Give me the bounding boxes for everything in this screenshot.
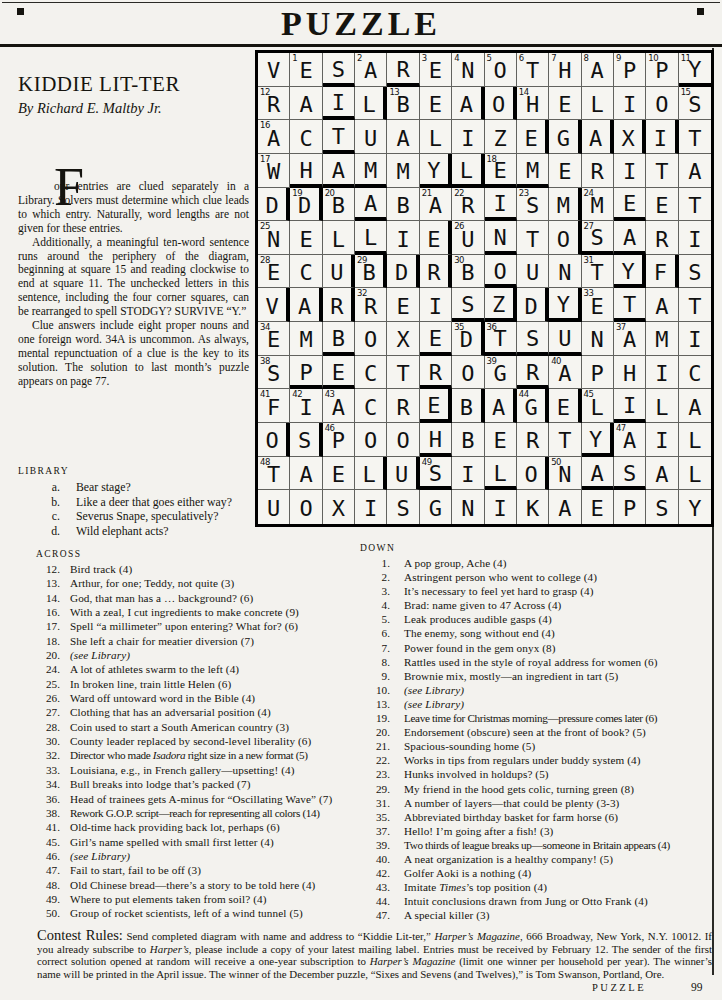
cell-number: 11 bbox=[681, 53, 691, 63]
grid-cell-r4c3: A bbox=[323, 154, 355, 188]
grid-cell-r1c1: V bbox=[258, 53, 290, 87]
clue-row: 36.Head of trainees gets A-minus for “Os… bbox=[36, 792, 360, 806]
cell-letter: V bbox=[266, 294, 279, 319]
grid-cell-r1c9: 6T bbox=[517, 53, 549, 87]
cell-letter: G bbox=[429, 496, 442, 521]
cell-letter: Y bbox=[621, 259, 634, 284]
drop-cap: F bbox=[18, 165, 84, 209]
clue-text: Bull breaks into lodge that’s packed (7) bbox=[70, 777, 250, 791]
grid-cell-r11c7: B bbox=[452, 389, 484, 423]
clue-text: God, that man has a … background? (6) bbox=[70, 591, 253, 605]
clue-row: 18.She left a chair for meatier diversio… bbox=[36, 634, 360, 648]
library-section: LIBRARY a.Bear stage?b.Like a deer that … bbox=[18, 466, 249, 538]
cell-number: 10 bbox=[648, 53, 658, 63]
clue-row: 17.Spell “a millimeter” upon entering? W… bbox=[36, 619, 360, 633]
grid-cell-r8c13: A bbox=[646, 288, 678, 322]
clue-number: 8. bbox=[360, 655, 404, 669]
cell-letter: O bbox=[655, 92, 668, 117]
cell-letter: D bbox=[266, 193, 279, 218]
grid-cell-r9c10: U bbox=[549, 322, 581, 356]
cell-letter: U bbox=[526, 260, 539, 285]
cell-letter: A bbox=[623, 225, 636, 250]
cell-letter: M bbox=[655, 327, 668, 352]
cell-number: 8 bbox=[584, 53, 589, 63]
grid-cell-r13c14: L bbox=[679, 457, 711, 491]
cell-letter: S bbox=[461, 292, 474, 317]
grid-cell-r6c4: L bbox=[355, 221, 387, 255]
grid-cell-r5c3: 20B bbox=[323, 188, 355, 222]
grid-cell-r9c14: I bbox=[679, 322, 711, 356]
cell-letter: L bbox=[363, 462, 376, 487]
cell-letter: N bbox=[591, 327, 604, 352]
cell-letter: S bbox=[396, 496, 409, 521]
library-items: a.Bear stage?b.Like a deer that goes eit… bbox=[18, 480, 249, 538]
cell-letter: E bbox=[591, 496, 604, 521]
cell-letter: T bbox=[526, 227, 539, 252]
cell-letter: C bbox=[688, 361, 701, 386]
contest-rules: Contest Rules: Send completed diagram wi… bbox=[37, 929, 712, 981]
grid-cell-r6c3: L bbox=[323, 221, 355, 255]
cell-letter: I bbox=[688, 227, 701, 252]
grid-cell-r7c4: 29B bbox=[355, 255, 387, 289]
cell-letter: L bbox=[460, 158, 473, 183]
clue-row: 46.(see Library) bbox=[36, 849, 360, 863]
clue-text: Endorsement (obscure) seen at the front … bbox=[404, 725, 646, 739]
clue-row: 3.It’s necessary to feel yet hard to gra… bbox=[360, 584, 714, 598]
clue-row: 5.Leak produces audible gasps (4) bbox=[360, 612, 714, 626]
grid-cell-r2c3: I bbox=[323, 87, 355, 121]
puzzle-title: KIDDIE LIT-TER bbox=[18, 72, 180, 97]
cell-number: 19 bbox=[292, 188, 302, 198]
grid-cell-r5c1: D bbox=[258, 188, 290, 222]
library-item-text: Severus Snape, speculatively? bbox=[76, 509, 219, 524]
grid-cell-r3c14: T bbox=[679, 120, 711, 154]
cell-letter: S bbox=[332, 57, 345, 82]
clue-text: The enemy, song without end (4) bbox=[404, 626, 555, 640]
cell-letter: I bbox=[655, 428, 668, 453]
clue-row: 12.Bird track (4) bbox=[36, 562, 360, 576]
cell-letter: S bbox=[655, 496, 668, 521]
grid-cell-r10c8: 39G bbox=[485, 356, 517, 390]
page-title: PUZZLE bbox=[0, 5, 722, 43]
clue-number: 23. bbox=[360, 767, 404, 781]
cell-number: 30 bbox=[454, 255, 464, 265]
grid-cell-r11c2: 42I bbox=[290, 389, 322, 423]
contest-rules-text: Send completed diagram with name and add… bbox=[37, 930, 712, 980]
cell-letter: E bbox=[429, 92, 442, 117]
grid-cell-r6c9: T bbox=[517, 221, 549, 255]
grid-cell-r7c9: U bbox=[517, 255, 549, 289]
clue-row: 44.Intuit conclusions drawn from Jung or… bbox=[360, 894, 714, 908]
cell-letter: R bbox=[526, 360, 539, 385]
grid-cell-r2c14: 15S bbox=[679, 87, 711, 121]
clue-number: 43. bbox=[360, 880, 404, 894]
cell-letter: A bbox=[591, 58, 604, 83]
cell-number: 35 bbox=[454, 322, 464, 332]
grid-cell-r13c1: 48T bbox=[258, 457, 290, 491]
clue-row: 16.With a zeal, I cut ingredients to mak… bbox=[36, 605, 360, 619]
cell-number: 23 bbox=[519, 188, 529, 198]
cell-letter: R bbox=[429, 360, 442, 385]
cell-number: 31 bbox=[584, 255, 594, 265]
clue-text: A neat organization is a healthy company… bbox=[404, 852, 613, 866]
clue-row: 9.Brownie mix, mostly—an ingredient in t… bbox=[360, 669, 714, 683]
grid-cell-r12c13: I bbox=[646, 423, 678, 457]
cell-letter: L bbox=[655, 395, 668, 420]
clue-number: 38. bbox=[36, 806, 70, 820]
grid-cell-r10c11: P bbox=[582, 356, 614, 390]
cell-letter: L bbox=[591, 92, 604, 117]
grid-cell-r5c14: T bbox=[679, 188, 711, 222]
cell-number: 24 bbox=[584, 188, 594, 198]
cell-letter: M bbox=[526, 158, 539, 183]
clue-number: 27. bbox=[36, 705, 70, 719]
grid-cell-r3c2: C bbox=[290, 120, 322, 154]
cell-number: 39 bbox=[487, 356, 497, 366]
clue-text: Coin used to start a South American coun… bbox=[70, 720, 289, 734]
clue-number: 46. bbox=[36, 849, 70, 863]
cell-number: 6 bbox=[519, 53, 524, 63]
cell-number: 2 bbox=[357, 53, 362, 63]
grid-cell-r1c10: 7H bbox=[549, 53, 581, 87]
grid-cell-r10c14: C bbox=[679, 356, 711, 390]
cell-number: 26 bbox=[454, 221, 464, 231]
clue-text: Clothing that has an adversarial positio… bbox=[70, 705, 271, 719]
clue-row: 35.Abbreviated birthday basket for farm … bbox=[360, 810, 714, 824]
clue-row: 41.Old-time hack providing back lot, per… bbox=[36, 820, 360, 834]
grid-cell-r9c8: 36T bbox=[485, 322, 517, 356]
cell-letter: A bbox=[591, 461, 604, 486]
clue-row: 14.God, that man has a … background? (6) bbox=[36, 591, 360, 605]
down-section: DOWN 1.A pop group, Ache (4)2.Astringent… bbox=[360, 543, 714, 922]
cell-letter: I bbox=[461, 462, 474, 487]
grid-cell-r7c10: N bbox=[549, 255, 581, 289]
clue-text: Bird track (4) bbox=[70, 562, 132, 576]
cell-letter: K bbox=[526, 496, 539, 521]
grid-cell-r2c8: O bbox=[485, 87, 517, 121]
clue-text: (see Library) bbox=[404, 697, 464, 711]
cell-letter: A bbox=[299, 462, 312, 487]
grid-cell-r3c7: I bbox=[452, 120, 484, 154]
clue-row: 39.Two thirds of league breaks up—someon… bbox=[360, 838, 714, 852]
clue-number: 2. bbox=[360, 570, 404, 584]
cell-letter: E bbox=[299, 58, 312, 83]
grid-cell-r4c13: T bbox=[646, 154, 678, 188]
clue-text: Old Chinese bread—there’s a story to be … bbox=[70, 878, 315, 892]
cell-number: 21 bbox=[422, 188, 432, 198]
grid-cell-r11c14: A bbox=[679, 389, 711, 423]
grid-cell-r3c8: Z bbox=[485, 120, 517, 154]
grid-cell-r12c3: 46P bbox=[323, 423, 355, 457]
clue-text: Works in tips from regulars under buddy … bbox=[404, 753, 641, 767]
cell-letter: E bbox=[299, 227, 312, 252]
grid-cell-r6c1: 25N bbox=[258, 221, 290, 255]
clue-row: 21.Spacious-sounding home (5) bbox=[360, 739, 714, 753]
cell-letter: T bbox=[688, 126, 701, 151]
clue-text: Imitate Times’s top position (4) bbox=[404, 880, 547, 894]
grid-cell-r6c13: R bbox=[646, 221, 678, 255]
cell-letter: Y bbox=[688, 496, 701, 521]
clue-text: It’s necessary to feel yet hard to grasp… bbox=[404, 584, 594, 598]
cell-letter: E bbox=[427, 393, 440, 418]
clue-text: Leak produces audible gasps (4) bbox=[404, 612, 552, 626]
grid-cell-r9c1: 34E bbox=[258, 322, 290, 356]
clue-text: Rework G.O.P. script—reach for represent… bbox=[70, 806, 320, 820]
clue-row: 7.Power found in the gem onyx (8) bbox=[360, 641, 714, 655]
clue-number: 42. bbox=[360, 866, 404, 880]
grid-cell-r10c13: I bbox=[646, 356, 678, 390]
clue-number: 50. bbox=[36, 906, 70, 920]
grid-cell-r12c4: O bbox=[355, 423, 387, 457]
cell-letter: M bbox=[396, 159, 409, 184]
grid-cell-r8c8: Z bbox=[485, 288, 517, 322]
grid-cell-r4c6: Y bbox=[420, 154, 452, 188]
grid-cell-r6c10: O bbox=[549, 221, 581, 255]
grid-cell-r4c14: A bbox=[679, 154, 711, 188]
cell-letter: A bbox=[589, 126, 602, 151]
cell-letter: M bbox=[364, 158, 377, 183]
grid-cell-r10c7: O bbox=[452, 356, 484, 390]
cell-letter: H bbox=[299, 158, 312, 183]
grid-cell-r8c4: 32R bbox=[355, 288, 387, 322]
clue-number: 32. bbox=[36, 748, 70, 762]
cell-number: 13 bbox=[389, 87, 399, 97]
cell-letter: O bbox=[299, 496, 312, 521]
grid-cell-r3c12: X bbox=[614, 120, 646, 154]
grid-cell-r4c12: I bbox=[614, 154, 646, 188]
grid-cell-r13c5: U bbox=[387, 457, 419, 491]
cell-number: 4 bbox=[454, 53, 459, 63]
grid-cell-r12c7: B bbox=[452, 423, 484, 457]
cell-number: 17 bbox=[260, 154, 270, 164]
clue-text: Old-time hack providing back lot, perhap… bbox=[70, 820, 280, 834]
cell-number: 47 bbox=[616, 423, 626, 433]
clue-number: 47. bbox=[36, 863, 70, 877]
grid-cell-r1c7: 4N bbox=[452, 53, 484, 87]
cell-number: 7 bbox=[551, 53, 556, 63]
cell-number: 41 bbox=[260, 389, 270, 399]
grid-cell-r2c12: I bbox=[614, 87, 646, 121]
cell-letter: H bbox=[623, 361, 636, 386]
clue-text: In broken line, train little Helen (6) bbox=[70, 677, 231, 691]
clue-text: Where to put elements taken from soil? (… bbox=[70, 892, 267, 906]
grid-cell-r8c3: R bbox=[323, 288, 355, 322]
clue-number: 24. bbox=[36, 662, 70, 676]
grid-cell-r7c14: S bbox=[679, 255, 711, 289]
instructions: Four entries are clued separately in a L… bbox=[18, 180, 249, 389]
grid-cell-r5c6: 21A bbox=[420, 188, 452, 222]
clue-row: 10.(see Library) bbox=[360, 683, 714, 697]
grid-cell-r13c10: 50N bbox=[549, 457, 581, 491]
clue-row: 20.Endorsement (obscure) seen at the fro… bbox=[360, 725, 714, 739]
grid-cell-r1c8: 5O bbox=[485, 53, 517, 87]
clue-text: She left a chair for meatier diversion (… bbox=[70, 634, 254, 648]
clue-text: Director who made Isadora right size in … bbox=[70, 748, 308, 762]
grid-cell-r1c13: 10P bbox=[646, 53, 678, 87]
cell-number: 16 bbox=[260, 120, 270, 130]
grid-cell-r12c6: H bbox=[420, 423, 452, 457]
cell-letter: Z bbox=[492, 292, 505, 317]
clue-text: A lot of athletes swarm to the left (4) bbox=[70, 662, 239, 676]
grid-cell-r4c7: L bbox=[452, 154, 484, 188]
clue-number: 20. bbox=[360, 725, 404, 739]
clue-text: (see Library) bbox=[404, 683, 464, 697]
clue-text: (see Library) bbox=[70, 648, 130, 662]
clue-row: 32.Director who made Isadora right size … bbox=[36, 748, 360, 762]
clue-row: 27.Clothing that has an adversarial posi… bbox=[36, 705, 360, 719]
grid-cell-r14c1: U bbox=[258, 490, 290, 524]
cell-letter: C bbox=[299, 126, 312, 151]
grid-cell-r1c12: 9P bbox=[614, 53, 646, 87]
grid-cell-r10c10: 40A bbox=[549, 356, 581, 390]
grid-cell-r9c11: N bbox=[582, 322, 614, 356]
clue-row: 26.Ward off untoward word in the Bible (… bbox=[36, 691, 360, 705]
grid-cell-r9c4: O bbox=[355, 322, 387, 356]
clue-text: Astringent person who went to college (4… bbox=[404, 570, 597, 584]
grid-cell-r8c5: E bbox=[387, 288, 419, 322]
clue-number: 5. bbox=[360, 612, 404, 626]
grid-cell-r14c9: K bbox=[517, 490, 549, 524]
grid-cell-r2c2: A bbox=[290, 87, 322, 121]
clue-number: 13. bbox=[36, 576, 70, 590]
grid-cell-r1c6: 3E bbox=[420, 53, 452, 87]
clue-text: Hunks involved in holdups? (5) bbox=[404, 767, 549, 781]
grid-cell-r13c6: 49S bbox=[420, 457, 452, 491]
clue-row: 50.Group of rocket scientists, left of a… bbox=[36, 906, 360, 920]
cell-letter: E bbox=[396, 294, 409, 319]
grid-cell-r2c5: 13B bbox=[387, 87, 419, 121]
grid-cell-r7c13: F bbox=[646, 255, 678, 289]
clue-number: 22. bbox=[360, 753, 404, 767]
cell-letter: O bbox=[494, 58, 507, 83]
clue-row: 20.(see Library) bbox=[36, 648, 360, 662]
clue-row: 24.A lot of athletes swarm to the left (… bbox=[36, 662, 360, 676]
cell-letter: D bbox=[395, 260, 408, 285]
cell-letter: L bbox=[332, 227, 345, 252]
cell-letter: A bbox=[332, 158, 345, 183]
clue-number: 36. bbox=[36, 792, 70, 806]
cell-letter: Z bbox=[494, 126, 507, 151]
clue-number: 21. bbox=[360, 739, 404, 753]
cell-letter: C bbox=[299, 260, 312, 285]
cell-number: 20 bbox=[325, 188, 335, 198]
cell-letter: O bbox=[396, 428, 409, 453]
cell-letter: U bbox=[558, 326, 571, 351]
clue-number: 25. bbox=[36, 677, 70, 691]
cell-number: 3 bbox=[422, 53, 427, 63]
clue-row: 25.In broken line, train little Helen (6… bbox=[36, 677, 360, 691]
grid-cell-r5c7: 22R bbox=[452, 188, 484, 222]
cell-letter: R bbox=[655, 227, 668, 252]
grid-cell-r3c6: L bbox=[420, 120, 452, 154]
grid-cell-r4c10: E bbox=[549, 154, 581, 188]
top-rule bbox=[2, 2, 720, 3]
cell-letter: T bbox=[526, 58, 539, 83]
crossword-grid: V1ES2AR3E4N5O6T7H8A9P10P11Y12RAIL13BEAO1… bbox=[255, 50, 714, 527]
clue-number: 1. bbox=[360, 556, 404, 570]
grid-cell-r12c1: O bbox=[258, 423, 290, 457]
clue-row: 23.Hunks involved in holdups? (5) bbox=[360, 767, 714, 781]
cell-number: 12 bbox=[260, 87, 270, 97]
clue-number: 19. bbox=[360, 711, 404, 725]
cell-letter: R bbox=[396, 395, 409, 420]
clue-text: Brad: name given to 47 Across (4) bbox=[404, 598, 561, 612]
clue-text: Hello! I’m going after a fish! (3) bbox=[404, 824, 553, 838]
clue-text: Ward off untoward word in the Bible (4) bbox=[70, 691, 255, 705]
grid-cell-r14c4: I bbox=[355, 490, 387, 524]
cell-letter: A bbox=[655, 294, 668, 319]
grid-cell-r3c4: U bbox=[355, 120, 387, 154]
cell-number: 38 bbox=[260, 356, 270, 366]
grid-cell-r3c3: T bbox=[323, 120, 355, 154]
grid-cell-r1c11: 8A bbox=[582, 53, 614, 87]
grid-cell-r9c2: M bbox=[290, 322, 322, 356]
clue-number: 12. bbox=[36, 562, 70, 576]
grid-cell-r2c10: E bbox=[549, 87, 581, 121]
grid-cell-r2c11: L bbox=[582, 87, 614, 121]
grid-cell-r14c2: O bbox=[290, 490, 322, 524]
grid-cell-r10c2: P bbox=[290, 356, 322, 390]
clue-text: A special killer (3) bbox=[404, 908, 490, 922]
down-heading: DOWN bbox=[360, 543, 714, 553]
grid-cell-r11c13: L bbox=[646, 389, 678, 423]
clue-number: 47. bbox=[360, 908, 404, 922]
clue-row: 28.Coin used to start a South American c… bbox=[36, 720, 360, 734]
cell-letter: L bbox=[364, 225, 377, 250]
grid-cell-r10c9: R bbox=[517, 356, 549, 390]
cell-letter: S bbox=[298, 428, 311, 453]
clue-number: 16. bbox=[36, 605, 70, 619]
clue-number: 40. bbox=[360, 852, 404, 866]
intro-paragraph-1: Four entries are clued separately in a L… bbox=[18, 180, 249, 236]
grid-cell-r12c10: T bbox=[549, 423, 581, 457]
grid-cell-r5c10: M bbox=[549, 188, 581, 222]
clue-text: Arthur, for one; Teddy, not quite (3) bbox=[70, 576, 234, 590]
grid-cell-r10c12: H bbox=[614, 356, 646, 390]
cell-letter: A bbox=[460, 92, 473, 117]
cell-letter: Y bbox=[427, 158, 440, 183]
grid-cell-r2c4: L bbox=[355, 87, 387, 121]
grid-cell-r10c1: 38S bbox=[258, 356, 290, 390]
grid-cell-r11c6: E bbox=[420, 389, 452, 423]
cell-letter: O bbox=[492, 92, 505, 117]
grid-cell-r13c11: A bbox=[582, 457, 614, 491]
cell-letter: O bbox=[494, 259, 507, 284]
clue-number: 14. bbox=[36, 591, 70, 605]
cell-letter: U bbox=[395, 462, 408, 487]
grid-cell-r7c5: D bbox=[387, 255, 419, 289]
clue-number: 48. bbox=[36, 878, 70, 892]
grid-cell-r10c5: T bbox=[387, 356, 419, 390]
clue-number: 44. bbox=[360, 894, 404, 908]
cell-letter: M bbox=[557, 193, 570, 218]
cell-number: 42 bbox=[292, 389, 302, 399]
cell-number: 9 bbox=[616, 53, 621, 63]
cell-letter: C bbox=[364, 395, 377, 420]
grid-cell-r11c10: E bbox=[549, 389, 581, 423]
cell-letter: P bbox=[591, 361, 604, 386]
intro-paragraph-2: Additionally, a meaningful ten-word sent… bbox=[18, 236, 249, 319]
clue-number: 13. bbox=[360, 697, 404, 711]
cell-letter: Y bbox=[589, 427, 602, 452]
cell-letter: I bbox=[688, 327, 701, 352]
cell-letter: I bbox=[332, 90, 345, 115]
grid-cell-r3c5: A bbox=[387, 120, 419, 154]
cell-letter: I bbox=[623, 393, 636, 418]
cell-letter: R bbox=[396, 57, 409, 82]
grid-cell-r6c8: N bbox=[485, 221, 517, 255]
cell-letter: O bbox=[461, 361, 474, 386]
